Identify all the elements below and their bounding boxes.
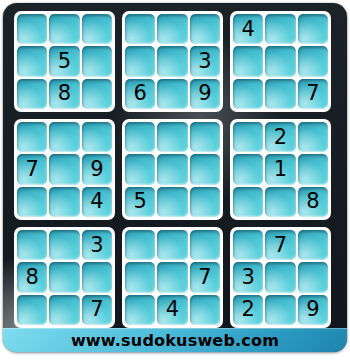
cell-r1c1[interactable]	[17, 14, 47, 44]
cell-r6c1[interactable]	[17, 187, 47, 217]
cell-r1c4[interactable]	[125, 14, 155, 44]
cell-r8c6: 7	[190, 262, 220, 292]
cell-r7c3: 3	[82, 230, 112, 260]
cell-r8c5[interactable]	[157, 262, 187, 292]
cell-r5c2[interactable]	[49, 154, 79, 184]
cell-r6c5[interactable]	[157, 187, 187, 217]
cell-r3c5[interactable]	[157, 79, 187, 109]
sudoku-plate: 58369477945218387747329 www.sudokusweb.c…	[3, 3, 347, 352]
cell-r2c8[interactable]	[265, 46, 295, 76]
cell-r9c9: 9	[298, 295, 328, 325]
cell-r7c4[interactable]	[125, 230, 155, 260]
cell-r3c9: 7	[298, 79, 328, 109]
box-9: 7329	[230, 227, 331, 328]
box-4: 794	[14, 119, 115, 220]
cell-r7c7[interactable]	[233, 230, 263, 260]
cell-r2c1[interactable]	[17, 46, 47, 76]
cell-r1c7: 4	[233, 14, 263, 44]
cell-r8c7: 3	[233, 262, 263, 292]
cell-r4c2[interactable]	[49, 122, 79, 152]
cell-r9c7: 2	[233, 295, 263, 325]
box-8: 74	[122, 227, 223, 328]
cell-r3c4: 6	[125, 79, 155, 109]
cell-r3c1[interactable]	[17, 79, 47, 109]
cell-r7c6[interactable]	[190, 230, 220, 260]
cell-r7c1[interactable]	[17, 230, 47, 260]
cell-r9c3: 7	[82, 295, 112, 325]
sudoku-board: 58369477945218387747329	[14, 11, 331, 328]
cell-r5c8: 1	[265, 154, 295, 184]
cell-r4c5[interactable]	[157, 122, 187, 152]
box-2: 369	[122, 11, 223, 112]
cell-r2c6: 3	[190, 46, 220, 76]
cell-r9c1[interactable]	[17, 295, 47, 325]
footer-bar: www.sudokusweb.com	[3, 328, 347, 352]
box-6: 218	[230, 119, 331, 220]
cell-r6c3: 4	[82, 187, 112, 217]
cell-r5c3: 9	[82, 154, 112, 184]
cell-r1c5[interactable]	[157, 14, 187, 44]
cell-r2c2: 5	[49, 46, 79, 76]
cell-r2c4[interactable]	[125, 46, 155, 76]
cell-r2c9[interactable]	[298, 46, 328, 76]
cell-r6c4: 5	[125, 187, 155, 217]
cell-r8c3[interactable]	[82, 262, 112, 292]
box-3: 47	[230, 11, 331, 112]
cell-r2c7[interactable]	[233, 46, 263, 76]
cell-r9c6[interactable]	[190, 295, 220, 325]
cell-r7c9[interactable]	[298, 230, 328, 260]
cell-r1c9[interactable]	[298, 14, 328, 44]
cell-r5c7[interactable]	[233, 154, 263, 184]
cell-r7c8: 7	[265, 230, 295, 260]
cell-r4c1[interactable]	[17, 122, 47, 152]
cell-r6c2[interactable]	[49, 187, 79, 217]
cell-r9c8[interactable]	[265, 295, 295, 325]
box-5: 5	[122, 119, 223, 220]
cell-r3c3[interactable]	[82, 79, 112, 109]
cell-r5c6[interactable]	[190, 154, 220, 184]
cell-r1c8[interactable]	[265, 14, 295, 44]
cell-r2c5[interactable]	[157, 46, 187, 76]
cell-r5c1: 7	[17, 154, 47, 184]
cell-r8c1: 8	[17, 262, 47, 292]
cell-r3c8[interactable]	[265, 79, 295, 109]
cell-r5c9[interactable]	[298, 154, 328, 184]
cell-r9c2[interactable]	[49, 295, 79, 325]
cell-r4c6[interactable]	[190, 122, 220, 152]
cell-r3c2: 8	[49, 79, 79, 109]
site-url-label: www.sudokusweb.com	[71, 331, 279, 350]
cell-r1c2[interactable]	[49, 14, 79, 44]
cell-r9c4[interactable]	[125, 295, 155, 325]
cell-r8c8[interactable]	[265, 262, 295, 292]
cell-r8c2[interactable]	[49, 262, 79, 292]
cell-r6c9: 8	[298, 187, 328, 217]
cell-r7c2[interactable]	[49, 230, 79, 260]
cell-r7c5[interactable]	[157, 230, 187, 260]
cell-r1c3[interactable]	[82, 14, 112, 44]
cell-r6c7[interactable]	[233, 187, 263, 217]
cell-r3c6: 9	[190, 79, 220, 109]
box-7: 387	[14, 227, 115, 328]
cell-r9c5: 4	[157, 295, 187, 325]
cell-r6c6[interactable]	[190, 187, 220, 217]
box-1: 58	[14, 11, 115, 112]
cell-r1c6[interactable]	[190, 14, 220, 44]
cell-r2c3[interactable]	[82, 46, 112, 76]
cell-r4c3[interactable]	[82, 122, 112, 152]
cell-r8c9[interactable]	[298, 262, 328, 292]
cell-r4c4[interactable]	[125, 122, 155, 152]
cell-r6c8[interactable]	[265, 187, 295, 217]
cell-r5c5[interactable]	[157, 154, 187, 184]
cell-r5c4[interactable]	[125, 154, 155, 184]
cell-r8c4[interactable]	[125, 262, 155, 292]
cell-r3c7[interactable]	[233, 79, 263, 109]
cell-r4c9[interactable]	[298, 122, 328, 152]
cell-r4c7[interactable]	[233, 122, 263, 152]
cell-r4c8: 2	[265, 122, 295, 152]
